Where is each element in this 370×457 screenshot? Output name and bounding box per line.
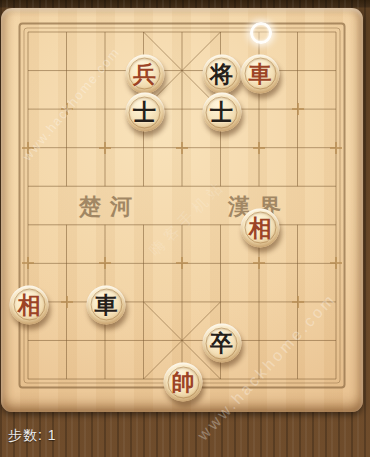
app-screen: 楚河 漢界 兵将車士士相相車卒帥 www.hackhome.com www.ha… [0,0,370,457]
point-marker [99,142,111,154]
point-marker [99,257,111,269]
piece-glyph: 相 [18,292,41,315]
piece-black-advisor[interactable]: 士 [202,93,241,132]
piece-black-soldier[interactable]: 卒 [202,324,241,363]
piece-red-soldier[interactable]: 兵 [125,54,164,93]
point-marker [176,257,188,269]
point-marker [61,296,73,308]
piece-glyph: 相 [249,215,272,238]
river-label-left: 楚河 [79,192,141,222]
piece-glyph: 士 [210,100,233,123]
piece-black-general[interactable]: 将 [202,54,241,93]
piece-glyph: 帥 [172,370,195,393]
last-move-highlight-dot [250,22,272,44]
piece-red-general[interactable]: 帥 [164,363,203,402]
piece-glyph: 兵 [133,61,156,84]
piece-glyph: 車 [249,61,272,84]
point-marker [22,142,34,154]
piece-red-chariot[interactable]: 車 [241,54,280,93]
point-marker [22,257,34,269]
piece-glyph: 卒 [210,331,233,354]
point-marker [292,296,304,308]
piece-black-chariot[interactable]: 車 [87,285,126,324]
move-counter-label: 步数: 1 [8,427,57,445]
point-marker [330,142,342,154]
point-marker [330,257,342,269]
point-marker [176,142,188,154]
point-marker [61,103,73,115]
piece-black-advisor[interactable]: 士 [125,93,164,132]
point-marker [253,257,265,269]
piece-red-elephant[interactable]: 相 [10,285,49,324]
piece-red-elephant[interactable]: 相 [241,208,280,247]
point-marker [292,103,304,115]
point-marker [253,142,265,154]
piece-glyph: 士 [133,100,156,123]
piece-glyph: 車 [95,292,118,315]
piece-glyph: 将 [210,61,233,84]
